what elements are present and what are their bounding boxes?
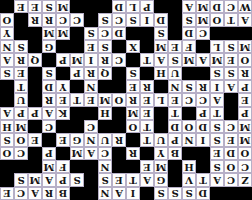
letter-cell-r7c14[interactable]: K [56, 107, 70, 120]
letter-cell-r3c11[interactable]: N [98, 160, 112, 173]
letter-cell-r13c4[interactable]: C [196, 27, 210, 40]
letter-cell-r5c11[interactable]: U [98, 133, 112, 146]
letter-cell-r14c18[interactable]: O [0, 13, 14, 26]
letter-cell-r15c16[interactable]: E [28, 0, 42, 13]
black-cell-r6c7 [154, 120, 168, 133]
letter-cell-r12c7[interactable]: M [154, 40, 168, 53]
black-cell-r14c12 [84, 13, 98, 26]
letter-cell-r2c17[interactable]: S [14, 173, 28, 186]
black-cell-r1c13 [70, 187, 84, 200]
letter-cell-r6c1[interactable]: M [238, 120, 252, 133]
letter-cell-r6c12[interactable]: C [84, 120, 98, 133]
black-cell-r2c6 [168, 173, 182, 186]
letter-cell-r14c15[interactable]: R [42, 13, 56, 26]
letter-cell-r5c7[interactable]: U [154, 133, 168, 146]
letter-cell-r10c1[interactable]: R [238, 67, 252, 80]
letter-cell-r5c16[interactable]: E [28, 133, 42, 146]
black-cell-r3c4 [196, 160, 210, 173]
letter-cell-r6c6[interactable]: D [168, 120, 182, 133]
letter-cell-r10c13[interactable]: P [70, 67, 84, 80]
black-cell-r13c16 [28, 27, 42, 40]
letter-cell-r9c9[interactable]: E [126, 80, 140, 93]
letter-cell-r4c12[interactable]: A [84, 147, 98, 160]
letter-cell-r3c3[interactable]: S [210, 160, 224, 173]
letter-cell-r2c11[interactable]: S [98, 173, 112, 186]
letter-cell-r2c14[interactable]: P [56, 173, 70, 186]
letter-cell-r7c9[interactable]: M [126, 107, 140, 120]
letter-cell-r9c4[interactable]: R [196, 80, 210, 93]
letter-cell-r9c1[interactable]: P [238, 80, 252, 93]
letter-cell-r1c7[interactable]: S [154, 187, 168, 200]
letter-cell-r3c15[interactable]: M [42, 160, 56, 173]
letter-cell-r11c1[interactable]: O [238, 53, 252, 66]
black-cell-r14c6 [168, 13, 182, 26]
letter-cell-r11c10[interactable]: C [112, 53, 126, 66]
letter-cell-r1c11[interactable]: N [98, 187, 112, 200]
letter-cell-r5c4[interactable]: I [196, 133, 210, 146]
letter-cell-r14c5[interactable]: S [182, 13, 196, 26]
black-cell-r3c16 [28, 160, 42, 173]
letter-cell-r8c11[interactable]: M [98, 93, 112, 106]
letter-cell-r7c1[interactable]: P [238, 107, 252, 120]
black-cell-r15c13 [70, 0, 84, 13]
letter-cell-r5c18[interactable]: S [0, 133, 14, 146]
letter-cell-r2c9[interactable]: T [126, 173, 140, 186]
black-cell-r9c18 [0, 80, 14, 93]
black-cell-r10c14 [56, 67, 70, 80]
letter-cell-r6c8[interactable]: T [140, 120, 154, 133]
letter-cell-r12c1[interactable]: M [238, 40, 252, 53]
letter-cell-r14c9[interactable]: S [126, 13, 140, 26]
black-cell-r13c2 [224, 27, 238, 40]
black-cell-r14c17 [14, 13, 28, 26]
black-cell-r13c13 [70, 27, 84, 40]
letter-cell-r9c12[interactable]: N [84, 80, 98, 93]
letter-cell-r8c17[interactable]: U [14, 93, 28, 106]
letter-cell-r8c4[interactable]: C [196, 93, 210, 106]
letter-cell-r11c8[interactable]: T [140, 53, 154, 66]
letter-cell-r3c14[interactable]: F [56, 160, 70, 173]
letter-cell-r6c3[interactable]: S [210, 120, 224, 133]
black-cell-r3c13 [70, 160, 84, 173]
letter-cell-r8c1[interactable]: E [238, 93, 252, 106]
black-cell-r13c17 [14, 27, 28, 40]
black-cell-r2c18 [0, 173, 14, 186]
letter-cell-r11c13[interactable]: M [70, 53, 84, 66]
letter-cell-r14c4[interactable]: M [196, 13, 210, 26]
letter-cell-r12c5[interactable]: F [182, 40, 196, 53]
letter-cell-r3c1[interactable]: C [238, 160, 252, 173]
black-cell-r6c10 [112, 120, 126, 133]
black-cell-r9c16 [28, 80, 42, 93]
letter-cell-r7c6[interactable]: T [168, 107, 182, 120]
black-cell-r1c1 [238, 187, 252, 200]
black-cell-r8c18 [0, 93, 14, 106]
letter-cell-r1c9[interactable]: I [126, 187, 140, 200]
crossword-grid: DSSSIANBRACEZCATVGATESSPAMSCOSHMENFMODEB… [0, 0, 252, 200]
letter-cell-r9c15[interactable]: D [42, 80, 56, 93]
black-cell-r12c14 [56, 40, 70, 53]
letter-cell-r2c5[interactable]: V [182, 173, 196, 186]
letter-cell-r13c14[interactable]: M [56, 27, 70, 40]
letter-cell-r4c2[interactable]: D [224, 147, 238, 160]
black-cell-r11c9 [126, 53, 140, 66]
letter-cell-r10c17[interactable]: E [14, 67, 28, 80]
letter-cell-r14c1[interactable]: A [238, 13, 252, 26]
black-cell-r9c11 [98, 80, 112, 93]
letter-cell-r11c6[interactable]: S [168, 53, 182, 66]
black-cell-r12c13 [70, 40, 84, 53]
black-cell-r1c3 [210, 187, 224, 200]
letter-cell-r5c14[interactable]: E [56, 133, 70, 146]
letter-cell-r4c15[interactable]: P [42, 147, 56, 160]
letter-cell-r13c11[interactable]: C [98, 27, 112, 40]
letter-cell-r2c16[interactable]: M [28, 173, 42, 186]
black-cell-r3c9 [126, 160, 140, 173]
letter-cell-r14c13[interactable]: C [70, 13, 84, 26]
letter-cell-r10c6[interactable]: U [168, 67, 182, 80]
letter-cell-r13c12[interactable]: S [84, 27, 98, 40]
letter-cell-r11c3[interactable]: M [210, 53, 224, 66]
letter-cell-r5c2[interactable]: E [224, 133, 238, 146]
letter-cell-r12c15[interactable]: G [42, 40, 56, 53]
black-cell-r15c11 [98, 0, 112, 13]
letter-cell-r9c14[interactable]: Y [56, 80, 70, 93]
letter-cell-r8c10[interactable]: O [112, 93, 126, 106]
letter-cell-r6c4[interactable]: D [196, 120, 210, 133]
letter-cell-r13c18[interactable]: Y [0, 27, 14, 40]
letter-cell-r5c6[interactable]: P [168, 133, 182, 146]
letter-cell-r5c10[interactable]: R [112, 133, 126, 146]
black-cell-r8c16 [28, 93, 42, 106]
black-cell-r7c2 [224, 107, 238, 120]
black-cell-r9c13 [70, 80, 84, 93]
black-cell-r1c2 [224, 187, 238, 200]
letter-cell-r5c1[interactable]: M [238, 133, 252, 146]
letter-cell-r7c11[interactable]: H [98, 107, 112, 120]
letter-cell-r9c8[interactable]: R [140, 80, 154, 93]
letter-cell-r13c15[interactable]: M [42, 27, 56, 40]
black-cell-r4c10 [112, 147, 126, 160]
letter-cell-r4c6[interactable]: B [168, 147, 182, 160]
letter-cell-r9c3[interactable]: I [210, 80, 224, 93]
letter-cell-r2c4[interactable]: T [196, 173, 210, 186]
letter-cell-r2c3[interactable]: A [210, 173, 224, 186]
letter-cell-r5c5[interactable]: N [182, 133, 196, 146]
letter-cell-r5c8[interactable]: T [140, 133, 154, 146]
letter-cell-r11c16[interactable]: Q [28, 53, 42, 66]
letter-cell-r15c2[interactable]: C [224, 0, 238, 13]
black-cell-r15c12 [84, 0, 98, 13]
letter-cell-r14c16[interactable]: R [28, 13, 42, 26]
letter-cell-r3c7[interactable]: M [154, 160, 168, 173]
black-cell-r6c16 [28, 120, 42, 133]
letter-cell-r11c5[interactable]: M [182, 53, 196, 66]
letter-cell-r8c3[interactable]: A [210, 93, 224, 106]
black-cell-r5c15 [42, 133, 56, 146]
letter-cell-r7c4[interactable]: P [196, 107, 210, 120]
letter-cell-r15c1[interactable]: W [238, 0, 252, 13]
black-cell-r15c6 [168, 0, 182, 13]
letter-cell-r1c18[interactable]: E [0, 187, 14, 200]
letter-cell-r8c6[interactable]: E [168, 93, 182, 106]
letter-cell-r4c17[interactable]: C [14, 147, 28, 160]
black-cell-r10c10 [112, 67, 126, 80]
letter-cell-r1c14[interactable]: B [56, 187, 70, 200]
letter-cell-r1c4[interactable]: D [196, 187, 210, 200]
letter-cell-r1c6[interactable]: S [168, 187, 182, 200]
black-cell-r3c10 [112, 160, 126, 173]
black-cell-r10c16 [28, 67, 42, 80]
black-cell-r10c5 [182, 67, 196, 80]
black-cell-r6c14 [56, 120, 70, 133]
letter-cell-r12c6[interactable]: E [168, 40, 182, 53]
letter-cell-r10c9[interactable]: S [126, 67, 140, 80]
black-cell-r12c4 [196, 40, 210, 53]
letter-cell-r15c3[interactable]: D [210, 0, 224, 13]
black-cell-r3c17 [14, 160, 28, 173]
letter-cell-r6c17[interactable]: M [14, 120, 28, 133]
black-cell-r5c9 [126, 133, 140, 146]
letter-cell-r2c15[interactable]: A [42, 173, 56, 186]
black-cell-r9c10 [112, 80, 126, 93]
black-cell-r12c10 [112, 40, 126, 53]
letter-cell-r12c9[interactable]: X [126, 40, 140, 53]
letter-cell-r1c17[interactable]: C [14, 187, 28, 200]
black-cell-r10c4 [196, 67, 210, 80]
black-cell-r13c3 [210, 27, 224, 40]
letter-cell-r12c11[interactable]: S [98, 40, 112, 53]
letter-cell-r12c12[interactable]: E [84, 40, 98, 53]
letter-cell-r6c15[interactable]: C [42, 120, 56, 133]
black-cell-r12c8 [140, 40, 154, 53]
black-cell-r4c4 [196, 147, 210, 160]
black-cell-r7c7 [154, 107, 168, 120]
letter-cell-r15c4[interactable]: M [196, 0, 210, 13]
letter-cell-r1c16[interactable]: A [28, 187, 42, 200]
black-cell-r6c13 [70, 120, 84, 133]
letter-cell-r2c8[interactable]: A [140, 173, 154, 186]
letter-cell-r10c11[interactable]: Q [98, 67, 112, 80]
black-cell-r4c16 [28, 147, 42, 160]
letter-cell-r6c2[interactable]: C [224, 120, 238, 133]
black-cell-r15c18 [0, 0, 14, 13]
black-cell-r11c15 [42, 53, 56, 66]
letter-cell-r15c9[interactable]: L [126, 0, 140, 13]
letter-cell-r10c18[interactable]: S [0, 67, 14, 80]
letter-cell-r15c10[interactable]: D [112, 0, 126, 13]
letter-cell-r4c11[interactable]: C [98, 147, 112, 160]
letter-cell-r7c15[interactable]: A [42, 107, 56, 120]
letter-cell-r11c2[interactable]: E [224, 53, 238, 66]
black-cell-r12c16 [28, 40, 42, 53]
letter-cell-r5c13[interactable]: G [70, 133, 84, 146]
letter-cell-r2c2[interactable]: C [224, 173, 238, 186]
letter-cell-r10c12[interactable]: R [84, 67, 98, 80]
letter-cell-r5c3[interactable]: S [210, 133, 224, 146]
letter-cell-r14c3[interactable]: O [210, 13, 224, 26]
letter-cell-r10c3[interactable]: S [210, 67, 224, 80]
letter-cell-r1c15[interactable]: R [42, 187, 56, 200]
letter-cell-r4c3[interactable]: E [210, 147, 224, 160]
letter-cell-r15c5[interactable]: A [182, 0, 196, 13]
letter-cell-r11c14[interactable]: P [56, 53, 70, 66]
letter-cell-r13c10[interactable]: D [112, 27, 126, 40]
letter-cell-r7c17[interactable]: P [14, 107, 28, 120]
letter-cell-r8c7[interactable]: L [154, 93, 168, 106]
letter-cell-r12c17[interactable]: S [14, 40, 28, 53]
letter-cell-r11c4[interactable]: A [196, 53, 210, 66]
letter-cell-r9c6[interactable]: N [168, 80, 182, 93]
black-cell-r9c7 [154, 80, 168, 93]
letter-cell-r7c16[interactable]: P [28, 107, 42, 120]
letter-cell-r10c15[interactable]: S [42, 67, 56, 80]
black-cell-r13c6 [168, 27, 182, 40]
letter-cell-r15c14[interactable]: M [56, 0, 70, 13]
letter-cell-r11c11[interactable]: R [98, 53, 112, 66]
crossword-screenshot: DSSSIANBRACEZCATVGATESSPAMSCOSHMENFMODEB… [0, 0, 252, 200]
letter-cell-r11c7[interactable]: A [154, 53, 168, 66]
letter-cell-r6c5[interactable]: O [182, 120, 196, 133]
letter-cell-r3c5[interactable]: H [182, 160, 196, 173]
letter-cell-r8c8[interactable]: E [140, 93, 154, 106]
letter-cell-r13c5[interactable]: D [182, 27, 196, 40]
letter-cell-r3c2[interactable]: O [224, 160, 238, 173]
black-cell-r15c7 [154, 0, 168, 13]
black-cell-r4c5 [182, 147, 196, 160]
black-cell-r13c9 [126, 27, 140, 40]
letter-cell-r14c7[interactable]: D [154, 13, 168, 26]
black-cell-r3c6 [168, 160, 182, 173]
letter-cell-r14c8[interactable]: I [140, 13, 154, 26]
black-cell-r2c12 [84, 173, 98, 186]
black-cell-r13c1 [238, 27, 252, 40]
letter-cell-r5c17[interactable]: O [14, 133, 28, 146]
letter-cell-r12c18[interactable]: N [0, 40, 14, 53]
letter-cell-r11c17[interactable]: R [14, 53, 28, 66]
letter-cell-r2c10[interactable]: E [112, 173, 126, 186]
black-cell-r4c8 [140, 147, 154, 160]
black-cell-r8c2 [224, 93, 238, 106]
letter-cell-r4c7[interactable]: Y [154, 147, 168, 160]
letter-cell-r8c12[interactable]: E [84, 93, 98, 106]
letter-cell-r15c8[interactable]: P [140, 0, 154, 13]
black-cell-r4c14 [56, 147, 70, 160]
letter-cell-r11c18[interactable]: A [0, 53, 14, 66]
black-cell-r3c12 [84, 160, 98, 173]
letter-cell-r9c2[interactable]: A [224, 80, 238, 93]
letter-cell-r6c9[interactable]: O [126, 120, 140, 133]
letter-cell-r14c10[interactable]: C [112, 13, 126, 26]
letter-cell-r15c15[interactable]: S [42, 0, 56, 13]
black-cell-r1c8 [140, 187, 154, 200]
black-cell-r3c18 [0, 160, 14, 173]
letter-cell-r4c13[interactable]: M [70, 147, 84, 160]
letter-cell-r14c2[interactable]: T [224, 13, 238, 26]
letter-cell-r10c7[interactable]: H [154, 67, 168, 80]
letter-cell-r1c10[interactable]: A [112, 187, 126, 200]
black-cell-r10c8 [140, 67, 154, 80]
letter-cell-r1c5[interactable]: S [182, 187, 196, 200]
letter-cell-r2c13[interactable]: S [70, 173, 84, 186]
black-cell-r7c13 [70, 107, 84, 120]
black-cell-r7c5 [182, 107, 196, 120]
letter-cell-r2c1[interactable]: Z [238, 173, 252, 186]
letter-cell-r9c17[interactable]: T [14, 80, 28, 93]
letter-cell-r4c1[interactable]: O [238, 147, 252, 160]
letter-cell-r4c18[interactable]: O [0, 147, 14, 160]
letter-cell-r13c7[interactable]: S [154, 27, 168, 40]
letter-cell-r3c8[interactable]: E [140, 160, 154, 173]
black-cell-r7c10 [112, 107, 126, 120]
letter-cell-r6c18[interactable]: H [0, 120, 14, 133]
letter-cell-r8c14[interactable]: E [56, 93, 70, 106]
letter-cell-r7c8[interactable]: E [140, 107, 154, 120]
letter-cell-r4c9[interactable]: R [126, 147, 140, 160]
letter-cell-r8c13[interactable]: T [70, 93, 84, 106]
letter-cell-r12c2[interactable]: S [224, 40, 238, 53]
letter-cell-r7c18[interactable]: A [0, 107, 14, 120]
letter-cell-r15c17[interactable]: E [14, 0, 28, 13]
letter-cell-r7c3[interactable]: T [210, 107, 224, 120]
black-cell-r7c12 [84, 107, 98, 120]
black-cell-r13c8 [140, 27, 154, 40]
letter-cell-r12c3[interactable]: L [210, 40, 224, 53]
letter-cell-r8c5[interactable]: C [182, 93, 196, 106]
letter-cell-r9c5[interactable]: S [182, 80, 196, 93]
black-cell-r1c12 [84, 187, 98, 200]
letter-cell-r11c12[interactable]: I [84, 53, 98, 66]
letter-cell-r8c9[interactable]: R [126, 93, 140, 106]
letter-cell-r10c2[interactable]: S [224, 67, 238, 80]
black-cell-r6c11 [98, 120, 112, 133]
letter-cell-r8c15[interactable]: R [42, 93, 56, 106]
letter-cell-r5c12[interactable]: N [84, 133, 98, 146]
letter-cell-r14c11[interactable]: S [98, 13, 112, 26]
letter-cell-r2c7[interactable]: G [154, 173, 168, 186]
letter-cell-r14c14[interactable]: C [56, 13, 70, 26]
